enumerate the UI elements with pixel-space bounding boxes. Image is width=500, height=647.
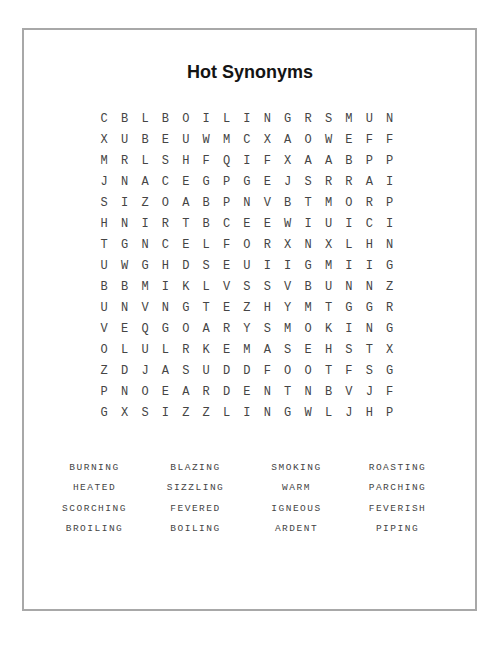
grid-cell: S <box>359 360 379 381</box>
grid-cell: M <box>135 276 155 297</box>
grid-cell: J <box>94 171 114 192</box>
grid-cell: B <box>278 192 298 213</box>
grid-cell: U <box>359 108 379 129</box>
grid-cell: P <box>379 150 399 171</box>
grid-cell: C <box>94 108 114 129</box>
grid-cell: A <box>257 339 277 360</box>
grid-cell: N <box>257 108 277 129</box>
grid-cell: I <box>196 108 216 129</box>
grid-cell: I <box>155 402 175 423</box>
grid-cell: O <box>339 192 359 213</box>
grid-cell: G <box>114 234 134 255</box>
grid-cell: L <box>196 276 216 297</box>
grid-cell: N <box>257 381 277 402</box>
grid-cell: P <box>379 192 399 213</box>
grid-cell: L <box>114 339 134 360</box>
grid-cell: D <box>216 381 236 402</box>
grid-cell: V <box>278 276 298 297</box>
grid-cell: E <box>216 255 236 276</box>
worksheet-page: Hot Synonyms CBLBOILINGRSMUNXUBEUWMCXAOW… <box>0 0 500 647</box>
grid-cell: L <box>339 234 359 255</box>
grid-cell: L <box>318 402 338 423</box>
grid-cell: X <box>318 234 338 255</box>
grid-cell: E <box>298 339 318 360</box>
grid-cell: L <box>155 339 175 360</box>
grid-cell: L <box>216 108 236 129</box>
grid-cell: G <box>135 255 155 276</box>
word-search-grid: CBLBOILINGRSMUNXUBEUWMCXAOWEFFMRLSHFQIFX… <box>94 108 400 423</box>
grid-cell: N <box>359 276 379 297</box>
grid-cell: E <box>339 129 359 150</box>
grid-cell: X <box>278 150 298 171</box>
grid-cell: W <box>196 129 216 150</box>
grid-cell: S <box>298 171 318 192</box>
grid-cell: P <box>379 402 399 423</box>
grid-cell: F <box>379 381 399 402</box>
grid-cell: K <box>176 276 196 297</box>
grid-cell: I <box>114 192 134 213</box>
grid-cell: X <box>379 339 399 360</box>
grid-cell: A <box>196 318 216 339</box>
grid-cell: P <box>216 171 236 192</box>
grid-cell: S <box>257 276 277 297</box>
grid-cell: A <box>318 150 338 171</box>
grid-cell: B <box>339 150 359 171</box>
grid-cell: B <box>196 192 216 213</box>
grid-cell: Z <box>196 402 216 423</box>
grid-cell: Q <box>216 150 236 171</box>
grid-cell: H <box>176 150 196 171</box>
grid-cell: D <box>216 360 236 381</box>
grid-cell: N <box>298 234 318 255</box>
grid-cell: I <box>237 150 257 171</box>
grid-cell: M <box>216 129 236 150</box>
grid-cell: I <box>278 255 298 276</box>
grid-cell: F <box>216 234 236 255</box>
word-list-item: BURNING <box>44 457 145 478</box>
grid-cell: N <box>135 234 155 255</box>
grid-cell: F <box>257 360 277 381</box>
grid-cell: X <box>114 402 134 423</box>
grid-cell: H <box>94 213 114 234</box>
grid-cell: U <box>135 339 155 360</box>
grid-cell: U <box>94 255 114 276</box>
grid-cell: W <box>318 129 338 150</box>
grid-cell: T <box>298 192 318 213</box>
grid-cell: N <box>257 402 277 423</box>
grid-cell: I <box>339 213 359 234</box>
grid-cell: U <box>318 213 338 234</box>
word-list-item: BLAZING <box>145 457 246 478</box>
grid-cell: B <box>114 276 134 297</box>
grid-cell: S <box>339 339 359 360</box>
puzzle-title: Hot Synonyms <box>0 62 500 83</box>
grid-cell: L <box>135 150 155 171</box>
grid-cell: M <box>318 192 338 213</box>
grid-cell: N <box>298 381 318 402</box>
grid-cell: J <box>135 360 155 381</box>
grid-cell: I <box>237 402 257 423</box>
grid-cell: O <box>298 318 318 339</box>
grid-cell: E <box>216 297 236 318</box>
word-list-item: HEATED <box>44 478 145 499</box>
grid-cell: Y <box>237 318 257 339</box>
word-list: BURNINGBLAZINGSMOKINGROASTINGHEATEDSIZZL… <box>44 457 448 539</box>
grid-cell: M <box>339 108 359 129</box>
grid-cell: I <box>379 213 399 234</box>
grid-cell: E <box>257 213 277 234</box>
grid-cell: H <box>155 255 175 276</box>
grid-cell: U <box>318 276 338 297</box>
grid-cell: B <box>298 276 318 297</box>
grid-cell: U <box>196 360 216 381</box>
grid-cell: R <box>339 171 359 192</box>
grid-cell: C <box>155 234 175 255</box>
grid-cell: S <box>318 108 338 129</box>
grid-cell: I <box>257 255 277 276</box>
grid-cell: E <box>237 381 257 402</box>
grid-cell: T <box>196 297 216 318</box>
grid-cell: L <box>135 108 155 129</box>
grid-cell: H <box>359 402 379 423</box>
word-list-item: BOILING <box>145 519 246 540</box>
grid-cell: F <box>196 150 216 171</box>
grid-cell: I <box>155 276 175 297</box>
grid-cell: J <box>278 171 298 192</box>
grid-cell: A <box>176 381 196 402</box>
grid-cell: M <box>278 318 298 339</box>
word-list-item: BROILING <box>44 519 145 540</box>
grid-cell: A <box>298 150 318 171</box>
grid-cell: V <box>135 297 155 318</box>
grid-cell: Z <box>135 192 155 213</box>
grid-cell: I <box>237 108 257 129</box>
grid-cell: R <box>155 213 175 234</box>
grid-cell: O <box>176 108 196 129</box>
grid-cell: R <box>318 171 338 192</box>
grid-cell: B <box>155 108 175 129</box>
grid-cell: U <box>176 129 196 150</box>
grid-cell: N <box>237 192 257 213</box>
grid-cell: R <box>359 192 379 213</box>
grid-cell: T <box>176 213 196 234</box>
grid-cell: S <box>278 339 298 360</box>
grid-cell: M <box>94 150 114 171</box>
word-list-item: ARDENT <box>246 519 347 540</box>
grid-cell: A <box>176 192 196 213</box>
grid-cell: G <box>278 108 298 129</box>
grid-cell: R <box>176 339 196 360</box>
grid-cell: P <box>359 150 379 171</box>
grid-cell: T <box>318 360 338 381</box>
grid-cell: S <box>176 360 196 381</box>
grid-cell: J <box>359 381 379 402</box>
grid-cell: U <box>237 255 257 276</box>
grid-cell: E <box>176 171 196 192</box>
grid-cell: H <box>257 297 277 318</box>
grid-cell: K <box>196 339 216 360</box>
grid-cell: B <box>135 129 155 150</box>
grid-cell: D <box>176 255 196 276</box>
grid-cell: G <box>298 255 318 276</box>
grid-cell: R <box>298 108 318 129</box>
grid-cell: E <box>114 318 134 339</box>
grid-cell: N <box>155 297 175 318</box>
grid-cell: G <box>359 297 379 318</box>
grid-cell: J <box>339 402 359 423</box>
grid-cell: E <box>257 171 277 192</box>
grid-cell: S <box>94 192 114 213</box>
grid-cell: I <box>359 255 379 276</box>
grid-cell: B <box>114 108 134 129</box>
grid-cell: O <box>278 360 298 381</box>
grid-cell: W <box>298 402 318 423</box>
grid-cell: S <box>257 318 277 339</box>
grid-cell: F <box>359 129 379 150</box>
grid-cell: S <box>155 150 175 171</box>
grid-cell: C <box>155 171 175 192</box>
grid-cell: I <box>339 255 359 276</box>
grid-cell: T <box>359 339 379 360</box>
grid-cell: E <box>176 234 196 255</box>
grid-cell: A <box>278 129 298 150</box>
grid-cell: W <box>278 213 298 234</box>
grid-cell: N <box>114 381 134 402</box>
grid-cell: M <box>318 255 338 276</box>
word-list-item: SMOKING <box>246 457 347 478</box>
grid-cell: X <box>94 129 114 150</box>
grid-cell: S <box>135 402 155 423</box>
grid-cell: O <box>94 339 114 360</box>
grid-cell: S <box>237 276 257 297</box>
grid-cell: V <box>94 318 114 339</box>
grid-cell: Y <box>278 297 298 318</box>
grid-cell: R <box>196 381 216 402</box>
word-list-item: FEVERED <box>145 498 246 519</box>
grid-cell: A <box>155 360 175 381</box>
grid-cell: N <box>114 297 134 318</box>
grid-cell: E <box>155 129 175 150</box>
grid-cell: O <box>176 318 196 339</box>
word-list-item: PARCHING <box>347 478 448 499</box>
grid-cell: G <box>379 255 399 276</box>
grid-cell: G <box>155 318 175 339</box>
word-list-item: PIPING <box>347 519 448 540</box>
grid-cell: E <box>155 381 175 402</box>
grid-cell: F <box>379 129 399 150</box>
grid-cell: V <box>216 276 236 297</box>
grid-cell: B <box>196 213 216 234</box>
grid-cell: O <box>237 234 257 255</box>
grid-cell: N <box>339 276 359 297</box>
grid-cell: A <box>359 171 379 192</box>
grid-cell: G <box>237 171 257 192</box>
grid-cell: C <box>237 129 257 150</box>
grid-cell: R <box>216 318 236 339</box>
grid-cell: U <box>94 297 114 318</box>
grid-cell: I <box>379 171 399 192</box>
grid-cell: G <box>176 297 196 318</box>
grid-cell: D <box>237 360 257 381</box>
word-list-item: SCORCHING <box>44 498 145 519</box>
grid-cell: D <box>114 360 134 381</box>
grid-cell: G <box>278 402 298 423</box>
grid-cell: E <box>237 213 257 234</box>
grid-cell: R <box>379 297 399 318</box>
grid-cell: X <box>257 129 277 150</box>
grid-cell: A <box>135 171 155 192</box>
grid-cell: O <box>298 129 318 150</box>
grid-cell: I <box>135 213 155 234</box>
grid-cell: N <box>114 213 134 234</box>
grid-cell: C <box>216 213 236 234</box>
grid-cell: N <box>359 318 379 339</box>
grid-cell: E <box>216 339 236 360</box>
grid-cell: O <box>298 360 318 381</box>
grid-cell: Z <box>237 297 257 318</box>
word-list-item: SIZZLING <box>145 478 246 499</box>
grid-cell: B <box>94 276 114 297</box>
grid-cell: Q <box>135 318 155 339</box>
grid-cell: H <box>318 339 338 360</box>
grid-cell: R <box>257 234 277 255</box>
word-list-item: IGNEOUS <box>246 498 347 519</box>
grid-cell: T <box>318 297 338 318</box>
grid-cell: G <box>379 318 399 339</box>
grid-cell: O <box>155 192 175 213</box>
grid-cell: V <box>339 381 359 402</box>
grid-cell: I <box>339 318 359 339</box>
grid-cell: B <box>318 381 338 402</box>
grid-cell: M <box>237 339 257 360</box>
grid-cell: N <box>379 234 399 255</box>
word-list-item: FEVERISH <box>347 498 448 519</box>
grid-cell: V <box>257 192 277 213</box>
grid-cell: U <box>114 129 134 150</box>
grid-cell: T <box>278 381 298 402</box>
grid-cell: F <box>257 150 277 171</box>
grid-cell: F <box>339 360 359 381</box>
grid-cell: S <box>196 255 216 276</box>
grid-cell: H <box>359 234 379 255</box>
grid-cell: W <box>114 255 134 276</box>
grid-cell: K <box>318 318 338 339</box>
grid-cell: G <box>94 402 114 423</box>
grid-cell: N <box>114 171 134 192</box>
grid-cell: C <box>359 213 379 234</box>
grid-cell: M <box>298 297 318 318</box>
grid-cell: T <box>94 234 114 255</box>
grid-cell: G <box>379 360 399 381</box>
grid-cell: G <box>339 297 359 318</box>
grid-cell: O <box>135 381 155 402</box>
grid-cell: L <box>216 402 236 423</box>
word-list-item: WARM <box>246 478 347 499</box>
grid-cell: X <box>278 234 298 255</box>
grid-cell: G <box>196 171 216 192</box>
grid-cell: L <box>196 234 216 255</box>
word-list-item: ROASTING <box>347 457 448 478</box>
grid-cell: Z <box>379 276 399 297</box>
grid-cell: P <box>216 192 236 213</box>
grid-cell: N <box>379 108 399 129</box>
grid-cell: P <box>94 381 114 402</box>
grid-cell: I <box>298 213 318 234</box>
grid-cell: Z <box>94 360 114 381</box>
grid-cell: Z <box>176 402 196 423</box>
grid-cell: R <box>114 150 134 171</box>
